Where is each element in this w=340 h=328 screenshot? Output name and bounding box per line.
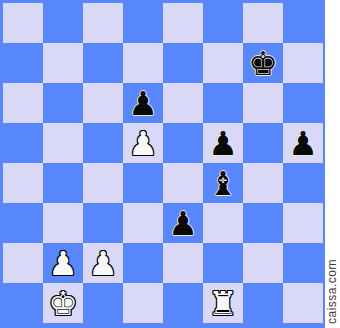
square-b7[interactable]: [43, 43, 83, 83]
square-f3[interactable]: [203, 203, 243, 243]
square-a4[interactable]: [3, 163, 43, 203]
square-f1[interactable]: ♜: [203, 283, 243, 323]
square-c8[interactable]: [83, 3, 123, 43]
white-pawn: ♟: [128, 127, 158, 160]
square-b8[interactable]: [43, 3, 83, 43]
square-e3[interactable]: ♟: [163, 203, 203, 243]
square-d3[interactable]: [123, 203, 163, 243]
square-e7[interactable]: [163, 43, 203, 83]
square-f2[interactable]: [203, 243, 243, 283]
black-pawn: ♟: [168, 207, 198, 240]
black-bishop: ♝: [208, 167, 238, 200]
square-h5[interactable]: ♟: [283, 123, 323, 163]
square-b6[interactable]: [43, 83, 83, 123]
square-e4[interactable]: [163, 163, 203, 203]
square-a1[interactable]: [3, 283, 43, 323]
square-h8[interactable]: [283, 3, 323, 43]
square-h2[interactable]: [283, 243, 323, 283]
black-pawn: ♟: [208, 127, 238, 160]
square-h7[interactable]: [283, 43, 323, 83]
white-rook: ♜: [208, 287, 238, 320]
square-d2[interactable]: [123, 243, 163, 283]
square-a3[interactable]: [3, 203, 43, 243]
square-f8[interactable]: [203, 3, 243, 43]
square-b5[interactable]: [43, 123, 83, 163]
square-a8[interactable]: [3, 3, 43, 43]
square-c7[interactable]: [83, 43, 123, 83]
square-d6[interactable]: ♟: [123, 83, 163, 123]
square-f6[interactable]: [203, 83, 243, 123]
square-c3[interactable]: [83, 203, 123, 243]
square-c4[interactable]: [83, 163, 123, 203]
square-h1[interactable]: [283, 283, 323, 323]
square-f7[interactable]: [203, 43, 243, 83]
square-h3[interactable]: [283, 203, 323, 243]
square-g3[interactable]: [243, 203, 283, 243]
square-d5[interactable]: ♟: [123, 123, 163, 163]
square-e1[interactable]: [163, 283, 203, 323]
square-b1[interactable]: ♚: [43, 283, 83, 323]
square-f5[interactable]: ♟: [203, 123, 243, 163]
square-g6[interactable]: [243, 83, 283, 123]
black-king: ♚: [248, 47, 278, 80]
square-b4[interactable]: [43, 163, 83, 203]
square-h6[interactable]: [283, 83, 323, 123]
square-c6[interactable]: [83, 83, 123, 123]
white-pawn: ♟: [48, 247, 78, 280]
square-e5[interactable]: [163, 123, 203, 163]
square-d1[interactable]: [123, 283, 163, 323]
chess-board: ♚♟♟♟♟♝♟♟♟♚♜: [0, 0, 325, 328]
square-g8[interactable]: [243, 3, 283, 43]
caissa-watermark: caissa.com: [325, 259, 339, 324]
square-e2[interactable]: [163, 243, 203, 283]
square-e6[interactable]: [163, 83, 203, 123]
white-king: ♚: [48, 287, 78, 320]
square-d8[interactable]: [123, 3, 163, 43]
square-a5[interactable]: [3, 123, 43, 163]
black-pawn: ♟: [128, 87, 158, 120]
square-f4[interactable]: ♝: [203, 163, 243, 203]
black-pawn: ♟: [288, 127, 318, 160]
board-grid: ♚♟♟♟♟♝♟♟♟♚♜: [3, 3, 323, 323]
square-a2[interactable]: [3, 243, 43, 283]
square-h4[interactable]: [283, 163, 323, 203]
square-g2[interactable]: [243, 243, 283, 283]
square-b2[interactable]: ♟: [43, 243, 83, 283]
square-g7[interactable]: ♚: [243, 43, 283, 83]
square-a6[interactable]: [3, 83, 43, 123]
square-g5[interactable]: [243, 123, 283, 163]
square-g1[interactable]: [243, 283, 283, 323]
square-d7[interactable]: [123, 43, 163, 83]
square-c5[interactable]: [83, 123, 123, 163]
square-g4[interactable]: [243, 163, 283, 203]
square-c1[interactable]: [83, 283, 123, 323]
square-e8[interactable]: [163, 3, 203, 43]
square-a7[interactable]: [3, 43, 43, 83]
chess-diagram: ♚♟♟♟♟♝♟♟♟♚♜ caissa.com: [0, 0, 340, 328]
white-pawn: ♟: [88, 247, 118, 280]
square-d4[interactable]: [123, 163, 163, 203]
square-b3[interactable]: [43, 203, 83, 243]
square-c2[interactable]: ♟: [83, 243, 123, 283]
